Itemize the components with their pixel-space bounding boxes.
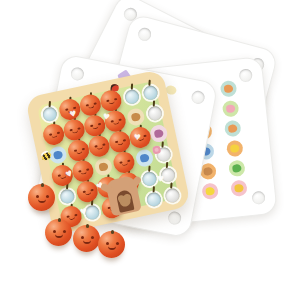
empty-hole-white[interactable] <box>159 166 176 183</box>
printed-stem <box>148 166 150 172</box>
loose-ball-4[interactable] <box>98 231 125 258</box>
ball-stem <box>41 183 44 187</box>
icon-blob <box>224 84 234 93</box>
whale-picture <box>48 145 68 165</box>
card-corner-hole <box>251 191 265 205</box>
empty-hole-blue[interactable] <box>145 191 162 208</box>
empty-hole-blue[interactable] <box>83 204 100 221</box>
icon-blob <box>234 184 244 193</box>
ball-stem <box>86 224 89 228</box>
hedgehog-picture <box>149 123 169 143</box>
picture-blob <box>52 150 63 161</box>
loose-ball-2[interactable] <box>45 219 72 246</box>
printed-stem <box>48 101 50 107</box>
empty-hole-blue[interactable] <box>41 106 58 123</box>
empty-hole-blue[interactable] <box>123 88 140 105</box>
snail-icon <box>220 80 238 98</box>
loose-ball-3[interactable] <box>73 225 100 252</box>
tree-trunk <box>101 169 145 218</box>
empty-hole-white[interactable] <box>164 187 181 204</box>
icon-blob <box>230 144 240 153</box>
empty-hole-white[interactable] <box>155 146 172 163</box>
memory-board[interactable]: ♥ ♥ ♥ ♥ ♥ ♥ ♥ <box>25 69 191 235</box>
printed-stem <box>130 84 132 90</box>
ball-stem <box>58 218 61 222</box>
card-corner-hole <box>190 90 205 105</box>
icon-blob <box>203 167 213 176</box>
loose-ball-1[interactable] <box>28 184 55 211</box>
card-corner-hole <box>239 68 253 82</box>
bear-icon <box>119 194 132 207</box>
picture-blob <box>153 128 164 139</box>
card-corner-hole <box>167 210 182 225</box>
snail-icon <box>224 120 242 138</box>
card-corner-hole <box>137 26 153 42</box>
rabbit-icon <box>222 100 240 118</box>
tree-door <box>116 189 135 213</box>
empty-hole-blue[interactable] <box>141 170 158 187</box>
board-cell-r6c6[interactable] <box>161 183 182 207</box>
picture-blob <box>98 161 109 172</box>
empty-hole-blue[interactable] <box>142 84 159 101</box>
icon-blob <box>226 104 236 113</box>
picture-blob <box>139 153 150 164</box>
empty-hole-white[interactable] <box>146 105 163 122</box>
duck-icon <box>230 179 248 197</box>
icon-blob <box>232 164 242 173</box>
tree-trunk-body <box>105 175 142 216</box>
squirrel-picture <box>126 107 146 127</box>
bee-icon <box>226 140 244 158</box>
empty-hole-blue[interactable] <box>58 188 75 205</box>
whale-picture <box>134 148 154 168</box>
picture-blob <box>130 112 141 123</box>
ball-stem <box>111 230 114 234</box>
frog-icon <box>228 160 246 178</box>
card-corner-hole <box>70 66 85 81</box>
icon-blob <box>205 187 215 196</box>
printed-stem <box>152 186 154 192</box>
chick-icon <box>201 182 219 200</box>
icon-blob <box>228 124 238 133</box>
